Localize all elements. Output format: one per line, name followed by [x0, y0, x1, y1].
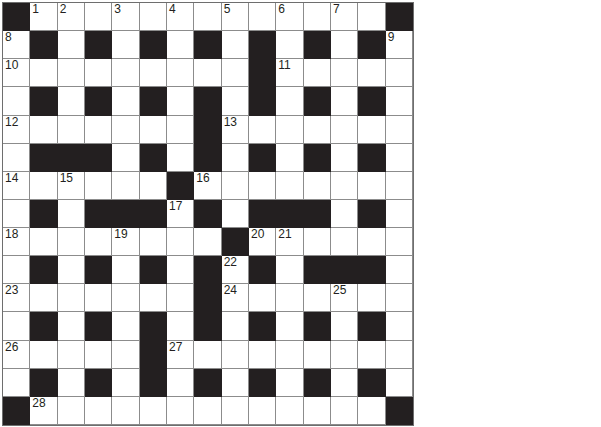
white-cell[interactable] — [140, 59, 167, 87]
white-cell[interactable] — [386, 256, 413, 284]
white-cell[interactable] — [249, 341, 276, 369]
white-cell[interactable] — [58, 256, 85, 284]
black-cell — [194, 256, 221, 284]
white-cell[interactable] — [112, 312, 139, 340]
black-cell — [249, 256, 276, 284]
white-cell[interactable] — [386, 341, 413, 369]
clue-number: 20 — [251, 228, 264, 241]
white-cell[interactable] — [140, 172, 167, 200]
clue-number: 16 — [196, 172, 209, 185]
white-cell[interactable] — [304, 59, 331, 87]
white-cell[interactable] — [58, 31, 85, 59]
white-cell[interactable] — [167, 397, 194, 425]
white-cell[interactable] — [112, 397, 139, 425]
white-cell[interactable] — [194, 341, 221, 369]
clue-number: 19 — [114, 228, 127, 241]
white-cell[interactable] — [249, 3, 276, 31]
white-cell[interactable] — [331, 59, 358, 87]
white-cell[interactable] — [331, 397, 358, 425]
white-cell[interactable] — [331, 116, 358, 144]
black-cell — [30, 144, 57, 172]
white-cell[interactable] — [167, 59, 194, 87]
black-cell — [249, 87, 276, 115]
black-cell — [304, 369, 331, 397]
clue-number: 3 — [114, 3, 121, 16]
white-cell[interactable] — [112, 369, 139, 397]
white-cell[interactable] — [249, 172, 276, 200]
white-cell[interactable] — [304, 228, 331, 256]
white-cell[interactable] — [386, 312, 413, 340]
white-cell[interactable] — [30, 284, 57, 312]
black-cell — [3, 397, 30, 425]
black-cell — [358, 312, 385, 340]
white-cell[interactable] — [331, 144, 358, 172]
white-cell[interactable] — [222, 312, 249, 340]
white-cell[interactable] — [167, 228, 194, 256]
white-cell[interactable] — [304, 116, 331, 144]
black-cell — [194, 144, 221, 172]
white-cell[interactable]: 21 — [276, 228, 303, 256]
white-cell[interactable] — [386, 59, 413, 87]
black-cell — [194, 312, 221, 340]
white-cell[interactable] — [331, 31, 358, 59]
white-cell[interactable] — [112, 87, 139, 115]
crossword-page: 1234567891011121314151617181920212223242… — [0, 0, 601, 427]
black-cell — [85, 144, 112, 172]
white-cell[interactable] — [222, 397, 249, 425]
white-cell[interactable] — [358, 116, 385, 144]
black-cell — [194, 369, 221, 397]
white-cell[interactable] — [386, 369, 413, 397]
black-cell — [249, 312, 276, 340]
white-cell[interactable] — [30, 116, 57, 144]
clue-number: 8 — [5, 31, 12, 44]
white-cell[interactable] — [304, 341, 331, 369]
white-cell[interactable] — [58, 87, 85, 115]
white-cell[interactable] — [386, 200, 413, 228]
white-cell[interactable] — [3, 87, 30, 115]
clue-number: 1 — [32, 3, 39, 16]
black-cell — [194, 87, 221, 115]
white-cell[interactable] — [222, 59, 249, 87]
white-cell[interactable] — [58, 200, 85, 228]
white-cell[interactable] — [331, 369, 358, 397]
clue-number: 22 — [224, 256, 237, 269]
white-cell[interactable] — [304, 3, 331, 31]
white-cell[interactable] — [331, 200, 358, 228]
white-cell[interactable] — [386, 172, 413, 200]
clue-number: 28 — [32, 397, 45, 410]
white-cell[interactable] — [222, 87, 249, 115]
clue-number: 6 — [278, 3, 285, 16]
black-cell — [140, 200, 167, 228]
white-cell[interactable] — [276, 397, 303, 425]
white-cell[interactable] — [331, 228, 358, 256]
white-cell[interactable] — [58, 59, 85, 87]
clue-number: 14 — [5, 172, 18, 185]
black-cell — [140, 144, 167, 172]
white-cell[interactable] — [85, 397, 112, 425]
white-cell[interactable] — [112, 341, 139, 369]
white-cell[interactable] — [167, 312, 194, 340]
black-cell — [276, 200, 303, 228]
white-cell[interactable] — [222, 341, 249, 369]
white-cell[interactable] — [112, 256, 139, 284]
white-cell[interactable] — [276, 31, 303, 59]
black-cell — [386, 397, 413, 425]
black-cell — [358, 31, 385, 59]
black-cell — [85, 256, 112, 284]
white-cell[interactable] — [249, 116, 276, 144]
white-cell[interactable] — [58, 116, 85, 144]
white-cell[interactable] — [140, 3, 167, 31]
black-cell — [85, 31, 112, 59]
clue-number: 10 — [5, 59, 18, 72]
white-cell[interactable] — [249, 397, 276, 425]
white-cell[interactable] — [331, 87, 358, 115]
clue-number: 12 — [5, 116, 18, 129]
white-cell[interactable] — [194, 59, 221, 87]
black-cell — [358, 200, 385, 228]
white-cell[interactable]: 9 — [386, 31, 413, 59]
white-cell[interactable]: 12 — [3, 116, 30, 144]
white-cell[interactable]: 14 — [3, 172, 30, 200]
white-cell[interactable] — [276, 172, 303, 200]
black-cell — [85, 312, 112, 340]
white-cell[interactable] — [358, 341, 385, 369]
white-cell[interactable] — [85, 228, 112, 256]
clue-number: 18 — [5, 228, 18, 241]
black-cell — [140, 312, 167, 340]
white-cell[interactable] — [249, 284, 276, 312]
white-cell[interactable] — [222, 200, 249, 228]
white-cell[interactable]: 1 — [30, 3, 57, 31]
white-cell[interactable] — [3, 256, 30, 284]
black-cell — [386, 3, 413, 31]
clue-number: 13 — [224, 116, 237, 129]
white-cell[interactable] — [222, 144, 249, 172]
black-cell — [30, 200, 57, 228]
black-cell — [58, 144, 85, 172]
black-cell — [304, 87, 331, 115]
white-cell[interactable] — [386, 87, 413, 115]
white-cell[interactable] — [3, 144, 30, 172]
white-cell[interactable]: 26 — [3, 341, 30, 369]
black-cell — [358, 256, 385, 284]
white-cell[interactable]: 18 — [3, 228, 30, 256]
black-cell — [30, 369, 57, 397]
white-cell[interactable] — [85, 116, 112, 144]
black-cell — [194, 31, 221, 59]
white-cell[interactable] — [85, 284, 112, 312]
white-cell[interactable] — [194, 3, 221, 31]
white-cell[interactable] — [276, 144, 303, 172]
clue-number: 7 — [333, 3, 340, 16]
clue-number: 2 — [60, 3, 67, 16]
white-cell[interactable]: 6 — [276, 3, 303, 31]
clue-number: 15 — [60, 172, 73, 185]
white-cell[interactable] — [331, 341, 358, 369]
white-cell[interactable] — [58, 228, 85, 256]
white-cell[interactable] — [58, 369, 85, 397]
white-cell[interactable]: 4 — [167, 3, 194, 31]
white-cell[interactable] — [276, 312, 303, 340]
white-cell[interactable] — [167, 256, 194, 284]
white-cell[interactable] — [58, 397, 85, 425]
white-cell[interactable] — [222, 172, 249, 200]
white-cell[interactable] — [167, 369, 194, 397]
white-cell[interactable]: 28 — [30, 397, 57, 425]
black-cell — [249, 200, 276, 228]
black-cell — [304, 200, 331, 228]
white-cell[interactable] — [358, 284, 385, 312]
white-cell[interactable] — [386, 284, 413, 312]
black-cell — [140, 31, 167, 59]
white-cell[interactable] — [85, 172, 112, 200]
white-cell[interactable] — [167, 31, 194, 59]
white-cell[interactable] — [112, 144, 139, 172]
white-cell[interactable] — [140, 397, 167, 425]
black-cell — [112, 200, 139, 228]
white-cell[interactable] — [167, 284, 194, 312]
white-cell[interactable] — [85, 59, 112, 87]
white-cell[interactable] — [304, 172, 331, 200]
white-cell[interactable]: 8 — [3, 31, 30, 59]
white-cell[interactable]: 5 — [222, 3, 249, 31]
black-cell — [249, 144, 276, 172]
black-cell — [304, 31, 331, 59]
black-cell — [140, 256, 167, 284]
black-cell — [358, 369, 385, 397]
white-cell[interactable] — [3, 312, 30, 340]
white-cell[interactable] — [167, 144, 194, 172]
white-cell[interactable] — [276, 369, 303, 397]
white-cell[interactable]: 23 — [3, 284, 30, 312]
clue-number: 4 — [169, 3, 176, 16]
white-cell[interactable] — [112, 116, 139, 144]
white-cell[interactable] — [276, 116, 303, 144]
white-cell[interactable]: 22 — [222, 256, 249, 284]
clue-number: 23 — [5, 284, 18, 297]
white-cell[interactable] — [85, 341, 112, 369]
clue-number: 21 — [278, 228, 291, 241]
clue-number: 25 — [333, 284, 346, 297]
white-cell[interactable] — [30, 172, 57, 200]
white-cell[interactable] — [167, 116, 194, 144]
white-cell[interactable] — [58, 284, 85, 312]
clue-number: 9 — [388, 31, 395, 44]
white-cell[interactable] — [112, 59, 139, 87]
black-cell — [30, 256, 57, 284]
white-cell[interactable]: 10 — [3, 59, 30, 87]
black-cell — [3, 3, 30, 31]
white-cell[interactable]: 3 — [112, 3, 139, 31]
clue-number: 17 — [169, 200, 182, 213]
white-cell[interactable] — [3, 200, 30, 228]
white-cell[interactable] — [331, 312, 358, 340]
white-cell[interactable]: 2 — [58, 3, 85, 31]
black-cell — [222, 228, 249, 256]
black-cell — [304, 144, 331, 172]
crossword-grid: 1234567891011121314151617181920212223242… — [2, 2, 414, 426]
white-cell[interactable] — [386, 144, 413, 172]
white-cell[interactable]: 20 — [249, 228, 276, 256]
white-cell[interactable]: 17 — [167, 200, 194, 228]
black-cell — [30, 31, 57, 59]
white-cell[interactable] — [112, 284, 139, 312]
white-cell[interactable]: 16 — [194, 172, 221, 200]
white-cell[interactable]: 27 — [167, 341, 194, 369]
black-cell — [167, 172, 194, 200]
white-cell[interactable] — [222, 31, 249, 59]
white-cell[interactable] — [331, 172, 358, 200]
clue-number: 27 — [169, 341, 182, 354]
black-cell — [249, 369, 276, 397]
black-cell — [30, 87, 57, 115]
black-cell — [140, 87, 167, 115]
white-cell[interactable] — [386, 228, 413, 256]
clue-number: 5 — [224, 3, 231, 16]
white-cell[interactable] — [304, 397, 331, 425]
white-cell[interactable] — [222, 369, 249, 397]
black-cell — [140, 341, 167, 369]
clue-number: 26 — [5, 341, 18, 354]
white-cell[interactable] — [30, 59, 57, 87]
white-cell[interactable] — [112, 31, 139, 59]
black-cell — [331, 256, 358, 284]
white-cell[interactable]: 19 — [112, 228, 139, 256]
black-cell — [358, 87, 385, 115]
white-cell[interactable] — [358, 172, 385, 200]
white-cell[interactable] — [276, 256, 303, 284]
white-cell[interactable] — [386, 116, 413, 144]
white-cell[interactable] — [3, 369, 30, 397]
white-cell[interactable]: 24 — [222, 284, 249, 312]
white-cell[interactable]: 7 — [331, 3, 358, 31]
white-cell[interactable] — [194, 228, 221, 256]
white-cell[interactable] — [140, 284, 167, 312]
black-cell — [194, 116, 221, 144]
white-cell[interactable] — [276, 87, 303, 115]
black-cell — [304, 256, 331, 284]
white-cell[interactable] — [358, 3, 385, 31]
black-cell — [249, 31, 276, 59]
white-cell[interactable]: 11 — [276, 59, 303, 87]
white-cell[interactable]: 13 — [222, 116, 249, 144]
black-cell — [194, 284, 221, 312]
white-cell[interactable] — [58, 312, 85, 340]
white-cell[interactable]: 15 — [58, 172, 85, 200]
black-cell — [85, 200, 112, 228]
white-cell[interactable] — [112, 172, 139, 200]
clue-number: 24 — [224, 284, 237, 297]
white-cell[interactable] — [358, 228, 385, 256]
white-cell[interactable] — [276, 284, 303, 312]
white-cell[interactable] — [276, 341, 303, 369]
white-cell[interactable] — [30, 341, 57, 369]
white-cell[interactable] — [167, 87, 194, 115]
white-cell[interactable] — [140, 228, 167, 256]
black-cell — [358, 144, 385, 172]
white-cell[interactable] — [358, 397, 385, 425]
black-cell — [194, 200, 221, 228]
white-cell[interactable] — [85, 3, 112, 31]
clue-number: 11 — [278, 59, 290, 72]
black-cell — [140, 369, 167, 397]
black-cell — [85, 369, 112, 397]
black-cell — [304, 312, 331, 340]
black-cell — [249, 59, 276, 87]
black-cell — [85, 87, 112, 115]
white-cell[interactable] — [58, 341, 85, 369]
white-cell[interactable] — [30, 228, 57, 256]
black-cell — [30, 312, 57, 340]
white-cell[interactable] — [194, 397, 221, 425]
white-cell[interactable] — [140, 116, 167, 144]
white-cell[interactable] — [358, 59, 385, 87]
white-cell[interactable]: 25 — [331, 284, 358, 312]
white-cell[interactable] — [304, 284, 331, 312]
